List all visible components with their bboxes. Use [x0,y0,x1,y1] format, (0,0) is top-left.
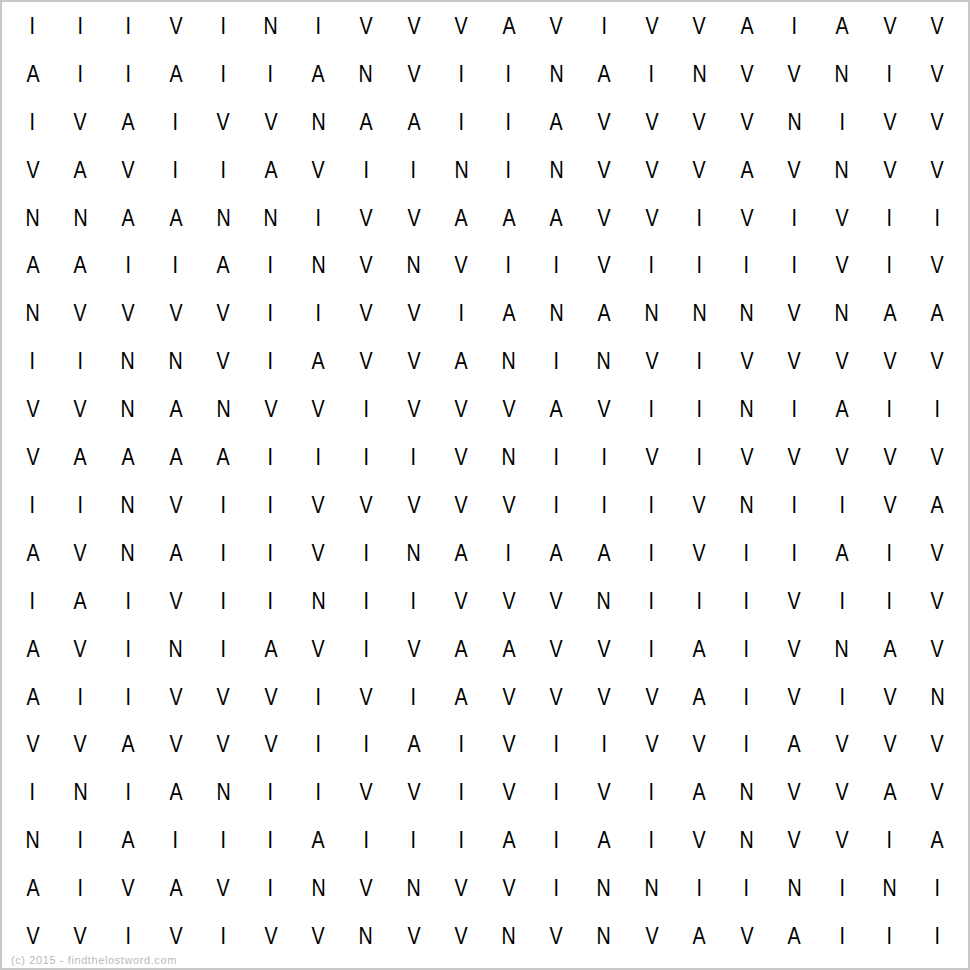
grid-cell[interactable]: I [437,50,485,98]
grid-cell[interactable]: I [104,912,152,960]
grid-cell[interactable]: N [9,289,57,337]
grid-cell[interactable]: N [104,385,152,433]
grid-cell[interactable]: V [152,289,200,337]
grid-cell[interactable]: I [199,577,247,625]
grid-cell[interactable]: N [818,289,866,337]
grid-cell[interactable]: A [913,481,961,529]
grid-cell[interactable]: V [913,721,961,769]
grid-cell[interactable]: I [390,433,438,481]
grid-cell[interactable]: A [723,2,771,50]
grid-cell[interactable]: I [247,289,295,337]
grid-cell[interactable]: V [485,673,533,721]
grid-cell[interactable]: V [533,912,581,960]
grid-cell[interactable]: I [818,481,866,529]
grid-cell[interactable]: I [199,529,247,577]
grid-cell[interactable]: V [199,98,247,146]
grid-cell[interactable]: I [390,673,438,721]
grid-cell[interactable]: V [533,625,581,673]
grid-cell[interactable]: I [913,912,961,960]
grid-cell[interactable]: I [152,242,200,290]
grid-cell[interactable]: N [771,864,819,912]
grid-cell[interactable]: I [485,50,533,98]
grid-cell[interactable]: A [199,433,247,481]
grid-cell[interactable]: I [247,864,295,912]
grid-cell[interactable]: A [485,625,533,673]
grid-cell[interactable]: I [247,242,295,290]
grid-cell[interactable]: V [485,721,533,769]
grid-cell[interactable]: I [9,98,57,146]
grid-cell[interactable]: N [104,481,152,529]
grid-cell[interactable]: V [913,146,961,194]
grid-cell[interactable]: I [9,337,57,385]
grid-cell[interactable]: I [723,529,771,577]
grid-cell[interactable]: I [866,816,914,864]
grid-cell[interactable]: A [485,2,533,50]
grid-cell[interactable]: V [580,242,628,290]
grid-cell[interactable]: I [771,194,819,242]
grid-cell[interactable]: V [57,385,105,433]
grid-cell[interactable]: V [485,768,533,816]
grid-cell[interactable]: V [342,481,390,529]
grid-cell[interactable]: I [342,146,390,194]
grid-cell[interactable]: V [723,98,771,146]
grid-cell[interactable]: A [533,194,581,242]
grid-cell[interactable]: V [628,673,676,721]
grid-cell[interactable]: A [675,912,723,960]
grid-cell[interactable]: V [295,625,343,673]
grid-cell[interactable]: I [152,146,200,194]
grid-cell[interactable]: V [9,433,57,481]
grid-cell[interactable]: A [866,768,914,816]
grid-cell[interactable]: I [104,2,152,50]
grid-cell[interactable]: N [295,577,343,625]
grid-cell[interactable]: V [295,385,343,433]
grid-cell[interactable]: I [437,721,485,769]
grid-cell[interactable]: I [580,481,628,529]
grid-cell[interactable]: I [628,50,676,98]
grid-cell[interactable]: I [9,768,57,816]
grid-cell[interactable]: I [818,98,866,146]
grid-cell[interactable]: I [771,2,819,50]
grid-cell[interactable]: A [9,625,57,673]
grid-cell[interactable]: I [199,146,247,194]
grid-cell[interactable]: I [675,864,723,912]
grid-cell[interactable]: I [199,481,247,529]
grid-cell[interactable]: N [152,625,200,673]
grid-cell[interactable]: V [723,50,771,98]
grid-cell[interactable]: V [342,2,390,50]
grid-cell[interactable]: I [437,98,485,146]
grid-cell[interactable]: A [771,912,819,960]
grid-cell[interactable]: V [580,194,628,242]
grid-cell[interactable]: I [247,433,295,481]
grid-cell[interactable]: A [152,529,200,577]
grid-cell[interactable]: V [295,912,343,960]
grid-cell[interactable]: I [675,337,723,385]
grid-cell[interactable]: V [628,337,676,385]
grid-cell[interactable]: V [628,194,676,242]
grid-cell[interactable]: V [295,146,343,194]
grid-cell[interactable]: N [628,864,676,912]
grid-cell[interactable]: N [104,529,152,577]
grid-cell[interactable]: I [342,385,390,433]
grid-cell[interactable]: I [9,577,57,625]
grid-cell[interactable]: V [390,385,438,433]
grid-cell[interactable]: V [9,721,57,769]
grid-cell[interactable]: V [437,2,485,50]
grid-cell[interactable]: V [152,577,200,625]
grid-cell[interactable]: A [57,577,105,625]
grid-cell[interactable]: V [771,768,819,816]
grid-cell[interactable]: I [580,2,628,50]
grid-cell[interactable]: A [342,98,390,146]
grid-cell[interactable]: V [57,721,105,769]
grid-cell[interactable]: I [57,673,105,721]
grid-cell[interactable]: V [9,385,57,433]
grid-cell[interactable]: I [675,242,723,290]
grid-cell[interactable]: I [675,385,723,433]
grid-cell[interactable]: I [199,625,247,673]
grid-cell[interactable]: V [485,385,533,433]
grid-cell[interactable]: V [771,289,819,337]
grid-cell[interactable]: V [818,768,866,816]
grid-cell[interactable]: A [199,242,247,290]
grid-cell[interactable]: V [437,577,485,625]
grid-cell[interactable]: I [437,289,485,337]
grid-cell[interactable]: V [199,864,247,912]
grid-cell[interactable]: N [580,577,628,625]
grid-cell[interactable]: I [533,816,581,864]
grid-cell[interactable]: V [533,577,581,625]
grid-cell[interactable]: V [580,146,628,194]
grid-cell[interactable]: V [913,337,961,385]
grid-cell[interactable]: N [485,337,533,385]
grid-cell[interactable]: V [390,768,438,816]
grid-cell[interactable]: I [485,242,533,290]
grid-cell[interactable]: N [104,337,152,385]
grid-cell[interactable]: N [152,337,200,385]
grid-cell[interactable]: I [199,2,247,50]
grid-cell[interactable]: V [723,433,771,481]
grid-cell[interactable]: I [485,98,533,146]
grid-cell[interactable]: N [295,864,343,912]
grid-cell[interactable]: I [342,529,390,577]
grid-cell[interactable]: I [913,194,961,242]
grid-cell[interactable]: V [485,481,533,529]
grid-cell[interactable]: V [866,673,914,721]
grid-cell[interactable]: A [675,768,723,816]
grid-cell[interactable]: A [533,529,581,577]
grid-cell[interactable]: V [675,2,723,50]
grid-cell[interactable]: I [295,721,343,769]
grid-cell[interactable]: V [437,433,485,481]
grid-cell[interactable]: A [247,146,295,194]
grid-cell[interactable]: V [913,768,961,816]
grid-cell[interactable]: A [485,816,533,864]
grid-cell[interactable]: I [104,50,152,98]
grid-cell[interactable]: A [152,50,200,98]
grid-cell[interactable]: I [485,146,533,194]
grid-cell[interactable]: I [9,481,57,529]
grid-cell[interactable]: V [723,194,771,242]
grid-cell[interactable]: I [533,337,581,385]
grid-cell[interactable]: V [152,912,200,960]
grid-cell[interactable]: N [580,864,628,912]
grid-cell[interactable]: I [771,529,819,577]
grid-cell[interactable]: A [866,625,914,673]
grid-cell[interactable]: I [533,768,581,816]
grid-cell[interactable]: V [913,98,961,146]
grid-cell[interactable]: V [342,289,390,337]
grid-cell[interactable]: V [866,481,914,529]
grid-cell[interactable]: N [390,529,438,577]
grid-cell[interactable]: V [342,673,390,721]
grid-cell[interactable]: V [390,912,438,960]
grid-cell[interactable]: I [199,50,247,98]
grid-cell[interactable]: V [247,912,295,960]
grid-cell[interactable]: A [485,289,533,337]
grid-cell[interactable]: A [57,146,105,194]
grid-cell[interactable]: I [723,721,771,769]
grid-cell[interactable]: I [342,721,390,769]
grid-cell[interactable]: I [295,673,343,721]
grid-cell[interactable]: I [247,577,295,625]
grid-cell[interactable]: N [390,242,438,290]
grid-cell[interactable]: V [9,146,57,194]
grid-cell[interactable]: V [390,194,438,242]
grid-cell[interactable]: I [152,816,200,864]
grid-cell[interactable]: A [437,337,485,385]
grid-cell[interactable]: V [199,337,247,385]
grid-cell[interactable]: A [580,289,628,337]
grid-cell[interactable]: A [9,529,57,577]
grid-cell[interactable]: V [152,673,200,721]
grid-cell[interactable]: V [199,721,247,769]
grid-cell[interactable]: I [247,337,295,385]
grid-cell[interactable]: V [628,98,676,146]
grid-cell[interactable]: I [342,625,390,673]
grid-cell[interactable]: A [57,242,105,290]
grid-cell[interactable]: V [866,337,914,385]
grid-cell[interactable]: A [913,289,961,337]
grid-cell[interactable]: N [390,864,438,912]
grid-cell[interactable]: N [675,289,723,337]
grid-cell[interactable]: V [485,864,533,912]
grid-cell[interactable]: I [628,529,676,577]
grid-cell[interactable]: V [628,912,676,960]
grid-cell[interactable]: I [104,577,152,625]
grid-cell[interactable]: N [437,146,485,194]
grid-cell[interactable]: I [533,864,581,912]
grid-cell[interactable]: I [913,864,961,912]
grid-cell[interactable]: N [295,242,343,290]
grid-cell[interactable]: I [533,242,581,290]
grid-cell[interactable]: V [247,673,295,721]
grid-cell[interactable]: I [342,577,390,625]
grid-cell[interactable]: V [295,481,343,529]
grid-cell[interactable]: V [771,673,819,721]
grid-cell[interactable]: V [57,625,105,673]
grid-cell[interactable]: I [390,577,438,625]
grid-cell[interactable]: A [152,864,200,912]
grid-cell[interactable]: V [199,673,247,721]
grid-cell[interactable]: I [104,768,152,816]
grid-cell[interactable]: A [104,433,152,481]
grid-cell[interactable]: V [342,864,390,912]
grid-cell[interactable]: V [390,481,438,529]
grid-cell[interactable]: I [723,673,771,721]
grid-cell[interactable]: N [913,673,961,721]
grid-cell[interactable]: I [533,433,581,481]
grid-cell[interactable]: I [390,146,438,194]
grid-cell[interactable]: I [295,433,343,481]
grid-cell[interactable]: A [152,433,200,481]
grid-cell[interactable]: I [247,768,295,816]
grid-cell[interactable]: A [723,146,771,194]
grid-cell[interactable]: I [247,481,295,529]
grid-cell[interactable]: V [913,50,961,98]
grid-cell[interactable]: V [818,433,866,481]
grid-cell[interactable]: A [104,98,152,146]
grid-cell[interactable]: I [104,673,152,721]
grid-cell[interactable]: V [342,768,390,816]
grid-cell[interactable]: I [723,242,771,290]
grid-cell[interactable]: I [9,2,57,50]
grid-cell[interactable]: V [533,673,581,721]
grid-cell[interactable]: V [913,625,961,673]
grid-cell[interactable]: I [342,816,390,864]
grid-cell[interactable]: I [628,577,676,625]
grid-cell[interactable]: A [437,625,485,673]
grid-cell[interactable]: V [771,577,819,625]
grid-cell[interactable]: A [9,242,57,290]
grid-cell[interactable]: I [437,816,485,864]
grid-cell[interactable]: A [152,768,200,816]
grid-cell[interactable]: A [580,50,628,98]
grid-cell[interactable]: V [57,912,105,960]
grid-cell[interactable]: N [580,337,628,385]
grid-cell[interactable]: I [580,721,628,769]
grid-cell[interactable]: N [723,768,771,816]
grid-cell[interactable]: V [913,242,961,290]
grid-cell[interactable]: V [913,577,961,625]
grid-cell[interactable]: V [199,289,247,337]
grid-cell[interactable]: V [818,816,866,864]
grid-cell[interactable]: I [723,577,771,625]
grid-cell[interactable]: I [771,481,819,529]
grid-cell[interactable]: V [628,146,676,194]
grid-cell[interactable]: V [437,912,485,960]
grid-cell[interactable]: I [818,673,866,721]
grid-cell[interactable]: I [866,577,914,625]
grid-cell[interactable]: V [866,146,914,194]
grid-cell[interactable]: A [437,194,485,242]
grid-cell[interactable]: I [295,289,343,337]
grid-cell[interactable]: I [675,194,723,242]
grid-cell[interactable]: I [913,385,961,433]
grid-cell[interactable]: V [104,146,152,194]
grid-cell[interactable]: V [723,337,771,385]
grid-cell[interactable]: A [390,98,438,146]
grid-cell[interactable]: A [818,2,866,50]
grid-cell[interactable]: I [675,577,723,625]
grid-cell[interactable]: N [723,816,771,864]
grid-cell[interactable]: N [818,625,866,673]
grid-cell[interactable]: N [533,289,581,337]
grid-cell[interactable]: A [104,816,152,864]
grid-cell[interactable]: V [390,2,438,50]
grid-cell[interactable]: I [866,385,914,433]
grid-cell[interactable]: I [295,2,343,50]
grid-cell[interactable]: I [723,625,771,673]
grid-cell[interactable]: V [675,146,723,194]
grid-cell[interactable]: A [390,721,438,769]
grid-cell[interactable]: I [818,577,866,625]
grid-cell[interactable]: N [9,194,57,242]
grid-cell[interactable]: I [485,529,533,577]
grid-cell[interactable]: V [57,289,105,337]
grid-cell[interactable]: I [342,433,390,481]
grid-cell[interactable]: A [57,433,105,481]
grid-cell[interactable]: V [580,768,628,816]
grid-cell[interactable]: A [9,673,57,721]
grid-cell[interactable]: N [818,50,866,98]
grid-cell[interactable]: V [771,433,819,481]
grid-cell[interactable]: I [628,385,676,433]
grid-cell[interactable]: V [628,2,676,50]
grid-cell[interactable]: V [580,98,628,146]
grid-cell[interactable]: N [247,194,295,242]
grid-cell[interactable]: V [818,194,866,242]
grid-cell[interactable]: I [199,912,247,960]
grid-cell[interactable]: A [437,529,485,577]
grid-cell[interactable]: I [295,768,343,816]
grid-cell[interactable]: V [152,721,200,769]
grid-cell[interactable]: V [342,337,390,385]
grid-cell[interactable]: V [152,481,200,529]
grid-cell[interactable]: I [628,816,676,864]
grid-cell[interactable]: A [580,816,628,864]
grid-cell[interactable]: A [866,289,914,337]
grid-cell[interactable]: V [437,385,485,433]
grid-cell[interactable]: I [247,50,295,98]
grid-cell[interactable]: V [818,337,866,385]
grid-cell[interactable]: N [342,912,390,960]
grid-cell[interactable]: V [913,433,961,481]
grid-cell[interactable]: A [152,385,200,433]
grid-cell[interactable]: I [57,50,105,98]
grid-cell[interactable]: V [866,98,914,146]
grid-cell[interactable]: A [247,625,295,673]
grid-cell[interactable]: V [866,721,914,769]
grid-cell[interactable]: N [57,768,105,816]
grid-cell[interactable]: N [723,385,771,433]
grid-cell[interactable]: V [342,194,390,242]
grid-cell[interactable]: I [57,481,105,529]
grid-cell[interactable]: A [437,673,485,721]
grid-cell[interactable]: V [437,864,485,912]
grid-cell[interactable]: I [199,816,247,864]
grid-cell[interactable]: V [866,2,914,50]
grid-cell[interactable]: I [247,816,295,864]
grid-cell[interactable]: V [390,625,438,673]
grid-cell[interactable]: V [818,242,866,290]
grid-cell[interactable]: V [628,433,676,481]
grid-cell[interactable]: A [818,385,866,433]
grid-cell[interactable]: I [104,625,152,673]
grid-cell[interactable]: N [533,146,581,194]
grid-cell[interactable]: V [57,98,105,146]
